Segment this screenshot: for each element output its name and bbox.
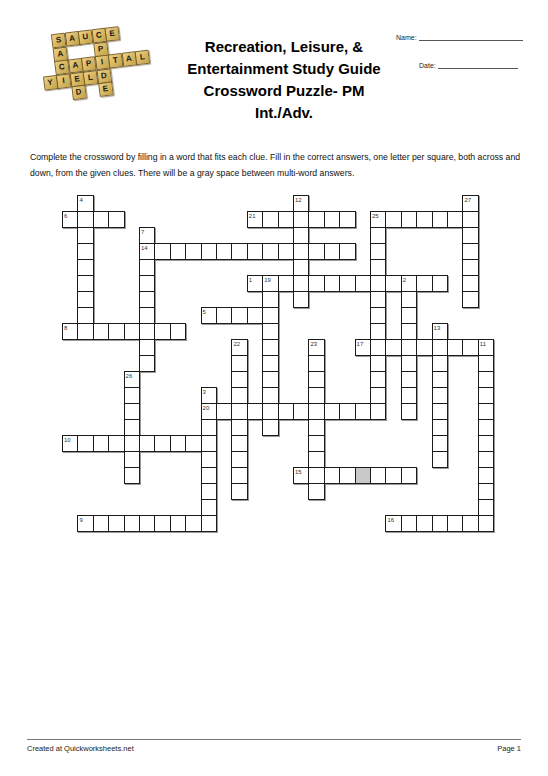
crossword-cell-r1c2[interactable]: 4 (77, 195, 93, 212)
clue-number-17: 17 (357, 341, 364, 347)
crossword-cell-r9c1[interactable]: 8 (62, 323, 78, 340)
crossword-cell-r12c21[interactable] (370, 371, 386, 388)
crossword-cell-r7c2[interactable] (77, 291, 93, 308)
crossword-cell-r16c3[interactable] (93, 435, 109, 452)
crossword-cell-r14c21[interactable] (370, 403, 386, 420)
crossword-cell-r9c25[interactable]: 13 (432, 323, 448, 340)
crossword-cell-r21c24[interactable] (416, 515, 432, 532)
crossword-cell-r3c21[interactable] (370, 227, 386, 244)
crossword-cell-r9c5[interactable] (124, 323, 140, 340)
footer-divider (27, 739, 521, 740)
gray-space-cell (355, 467, 371, 484)
crossword-cell-r4c11[interactable] (216, 243, 232, 260)
crossword-cell-r4c14[interactable] (262, 243, 278, 260)
crossword-cell-r6c16[interactable] (293, 275, 309, 292)
crossword-cell-r11c6[interactable] (139, 355, 155, 372)
crossword-cell-r8c6[interactable] (139, 307, 155, 324)
crossword-cell-r10c6[interactable] (139, 339, 155, 356)
crossword-cell-r10c14[interactable] (262, 339, 278, 356)
crossword-cell-r14c28[interactable] (478, 403, 494, 420)
crossword-cell-r14c16[interactable] (293, 403, 309, 420)
crossword-cell-r16c25[interactable] (432, 435, 448, 452)
crossword-cell-r4c19[interactable] (339, 243, 355, 260)
crossword-cell-r14c14[interactable] (262, 403, 278, 420)
crossword-cell-r4c2[interactable] (77, 243, 93, 260)
crossword-cell-r14c23[interactable] (401, 403, 417, 420)
crossword-cell-r8c23[interactable] (401, 307, 417, 324)
crossword-cell-r21c7[interactable] (154, 515, 170, 532)
crossword-cell-r11c14[interactable] (262, 355, 278, 372)
crossword-cell-r17c12[interactable] (231, 451, 247, 468)
crossword-cell-r8c13[interactable] (247, 307, 263, 324)
crossword-cell-r14c19[interactable] (339, 403, 355, 420)
crossword-cell-r4c6[interactable]: 14 (139, 243, 155, 260)
clue-number-21: 21 (249, 213, 256, 219)
crossword-cell-r10c20[interactable]: 17 (355, 339, 371, 356)
crossword-cell-r18c18[interactable] (324, 467, 340, 484)
clue-number-23: 23 (310, 341, 317, 347)
crossword-cell-r17c5[interactable] (124, 451, 140, 468)
crossword-cell-r13c12[interactable] (231, 387, 247, 404)
crossword-cell-r3c16[interactable] (293, 227, 309, 244)
clue-number-13: 13 (434, 325, 441, 331)
crossword-cell-r2c2[interactable] (77, 211, 93, 228)
crossword-cell-r8c14[interactable] (262, 307, 278, 324)
crossword-cell-r21c5[interactable] (124, 515, 140, 532)
crossword-cell-r18c19[interactable] (339, 467, 355, 484)
crossword-cell-r6c25[interactable] (432, 275, 448, 292)
crossword-cell-r2c17[interactable] (308, 211, 324, 228)
crossword-cell-r13c17[interactable] (308, 387, 324, 404)
crossword-cell-r9c6[interactable] (139, 323, 155, 340)
clue-number-9: 9 (79, 517, 82, 523)
clue-number-2: 2 (403, 277, 406, 283)
crossword-cell-r21c25[interactable] (432, 515, 448, 532)
crossword-cell-r2c26[interactable] (447, 211, 463, 228)
crossword-cell-r1c27[interactable]: 27 (462, 195, 478, 212)
crossword-cell-r10c21[interactable] (370, 339, 386, 356)
crossword-cell-r18c22[interactable] (385, 467, 401, 484)
crossword-cell-r20c10[interactable] (201, 499, 217, 516)
crossword-cell-r5c6[interactable] (139, 259, 155, 276)
crossword-cell-r4c18[interactable] (324, 243, 340, 260)
crossword-cell-r14c20[interactable] (355, 403, 371, 420)
crossword-cell-r16c12[interactable] (231, 435, 247, 452)
crossword-cell-r21c9[interactable] (185, 515, 201, 532)
crossword-cell-r16c10[interactable] (201, 435, 217, 452)
crossword-cell-r16c7[interactable] (154, 435, 170, 452)
clue-number-8: 8 (64, 325, 67, 331)
crossword-cell-r18c5[interactable] (124, 467, 140, 484)
crossword-cell-r18c10[interactable] (201, 467, 217, 484)
crossword-cell-r18c21[interactable] (370, 467, 386, 484)
crossword-cell-r10c12[interactable]: 22 (231, 339, 247, 356)
crossword-cell-r9c23[interactable] (401, 323, 417, 340)
crossword-cell-r21c27[interactable] (462, 515, 478, 532)
crossword-cell-r5c2[interactable] (77, 259, 93, 276)
crossword-cell-r8c2[interactable] (77, 307, 93, 324)
crossword-cell-r2c24[interactable] (416, 211, 432, 228)
crossword-cell-r17c17[interactable] (308, 451, 324, 468)
crossword-cell-r15c25[interactable] (432, 419, 448, 436)
crossword-cell-r14c17[interactable] (308, 403, 324, 420)
crossword-cell-r18c17[interactable] (308, 467, 324, 484)
crossword-cell-r9c2[interactable] (77, 323, 93, 340)
clue-number-26: 26 (126, 373, 133, 379)
crossword-cell-r12c5[interactable]: 26 (124, 371, 140, 388)
crossword-cell-r21c8[interactable] (170, 515, 186, 532)
crossword-cell-r6c27[interactable] (462, 275, 478, 292)
crossword-cell-r10c26[interactable] (447, 339, 463, 356)
crossword-cell-r19c12[interactable] (231, 483, 247, 500)
crossword-cell-r11c28[interactable] (478, 355, 494, 372)
crossword-cell-r4c27[interactable] (462, 243, 478, 260)
crossword-cell-r3c6[interactable]: 7 (139, 227, 155, 244)
crossword-cell-r6c15[interactable] (278, 275, 294, 292)
clue-number-12: 12 (295, 197, 302, 203)
crossword-cell-r9c14[interactable] (262, 323, 278, 340)
crossword-cell-r5c21[interactable] (370, 259, 386, 276)
crossword-cell-r7c23[interactable] (401, 291, 417, 308)
crossword-cell-r11c21[interactable] (370, 355, 386, 372)
crossword-cell-r13c21[interactable] (370, 387, 386, 404)
crossword-cell-r11c12[interactable] (231, 355, 247, 372)
crossword-cell-r15c17[interactable] (308, 419, 324, 436)
crossword-cell-r13c14[interactable] (262, 387, 278, 404)
crossword-cell-r12c28[interactable] (478, 371, 494, 388)
crossword-cell-r3c27[interactable] (462, 227, 478, 244)
crossword-cell-r6c21[interactable] (370, 275, 386, 292)
crossword-cell-r14c12[interactable] (231, 403, 247, 420)
crossword-cell-r2c1[interactable]: 6 (62, 211, 78, 228)
crossword-cell-r16c8[interactable] (170, 435, 186, 452)
crossword-cell-r17c25[interactable] (432, 451, 448, 468)
clue-number-14: 14 (141, 245, 148, 251)
crossword-cell-r9c7[interactable] (154, 323, 170, 340)
crossword-cell-r14c25[interactable] (432, 403, 448, 420)
clue-number-3: 3 (203, 389, 206, 395)
crossword-cell-r16c5[interactable] (124, 435, 140, 452)
crossword-cell-r21c2[interactable]: 9 (77, 515, 93, 532)
crossword-cell-r12c17[interactable] (308, 371, 324, 388)
crossword-cell-r14c10[interactable]: 20 (201, 403, 217, 420)
crossword-cell-r13c10[interactable]: 3 (201, 387, 217, 404)
crossword-cell-r15c14[interactable] (262, 419, 278, 436)
crossword-cell-r6c22[interactable] (385, 275, 401, 292)
crossword-cell-r4c12[interactable] (231, 243, 247, 260)
crossword-cell-r11c25[interactable] (432, 355, 448, 372)
clue-number-16: 16 (387, 517, 394, 523)
crossword-cell-r6c18[interactable] (324, 275, 340, 292)
crossword-cell-r12c23[interactable] (401, 371, 417, 388)
crossword-cell-r1c16[interactable]: 12 (293, 195, 309, 212)
clue-number-7: 7 (141, 229, 144, 235)
clue-number-4: 4 (79, 197, 82, 203)
crossword-cell-r10c24[interactable] (416, 339, 432, 356)
crossword-cell-r2c25[interactable] (432, 211, 448, 228)
crossword-cell-r10c17[interactable]: 23 (308, 339, 324, 356)
crossword-cell-r17c28[interactable] (478, 451, 494, 468)
crossword-cell-r2c3[interactable] (93, 211, 109, 228)
crossword-cell-r15c10[interactable] (201, 419, 217, 436)
crossword-cell-r10c23[interactable] (401, 339, 417, 356)
crossword-cell-r13c23[interactable] (401, 387, 417, 404)
crossword-cell-r3c2[interactable] (77, 227, 93, 244)
crossword-cell-r6c24[interactable] (416, 275, 432, 292)
crossword-cell-r4c13[interactable] (247, 243, 263, 260)
crossword-cell-r10c25[interactable] (432, 339, 448, 356)
crossword-cell-r2c21[interactable]: 25 (370, 211, 386, 228)
footer-credit: Created at Quickworksheets.net (27, 744, 134, 753)
crossword-cell-r21c6[interactable] (139, 515, 155, 532)
clue-number-5: 5 (203, 309, 206, 315)
crossword-cell-r5c27[interactable] (462, 259, 478, 276)
crossword-cell-r7c16[interactable] (293, 291, 309, 308)
crossword-cell-r21c4[interactable] (108, 515, 124, 532)
crossword-cell-r13c28[interactable] (478, 387, 494, 404)
crossword-cell-r16c6[interactable] (139, 435, 155, 452)
crossword-cell-r2c27[interactable] (462, 211, 478, 228)
crossword-cell-r15c28[interactable] (478, 419, 494, 436)
crossword-cell-r15c12[interactable] (231, 419, 247, 436)
crossword-cell-r6c13[interactable]: 1 (247, 275, 263, 292)
crossword-cell-r20c28[interactable] (478, 499, 494, 516)
crossword-cell-r10c28[interactable]: 11 (478, 339, 494, 356)
crossword-cell-r9c3[interactable] (93, 323, 109, 340)
crossword-cell-r21c23[interactable] (401, 515, 417, 532)
crossword-cell-r4c17[interactable] (308, 243, 324, 260)
crossword-cell-r19c10[interactable] (201, 483, 217, 500)
crossword-cell-r11c17[interactable] (308, 355, 324, 372)
crossword-cell-r9c4[interactable] (108, 323, 124, 340)
crossword-cell-r15c5[interactable] (124, 419, 140, 436)
crossword-cell-r9c21[interactable] (370, 323, 386, 340)
clue-number-20: 20 (203, 405, 210, 411)
crossword-cell-r2c4[interactable] (108, 211, 124, 228)
worksheet-page: SAUCEAPCAPITALYIELDDE Recreation, Leisur… (0, 0, 548, 776)
crossword-cell-r21c3[interactable] (93, 515, 109, 532)
crossword-cell-r19c28[interactable] (478, 483, 494, 500)
crossword-cell-r4c8[interactable] (170, 243, 186, 260)
clue-number-6: 6 (64, 213, 67, 219)
crossword-cell-r21c26[interactable] (447, 515, 463, 532)
crossword-cell-r5c16[interactable] (293, 259, 309, 276)
crossword-cell-r13c25[interactable] (432, 387, 448, 404)
crossword-cell-r17c10[interactable] (201, 451, 217, 468)
crossword-cell-r12c14[interactable] (262, 371, 278, 388)
crossword-cell-r18c16[interactable]: 15 (293, 467, 309, 484)
crossword-cell-r8c10[interactable]: 5 (201, 307, 217, 324)
crossword-cell-r19c17[interactable] (308, 483, 324, 500)
crossword-cell-r6c23[interactable]: 2 (401, 275, 417, 292)
clue-number-1: 1 (249, 277, 252, 283)
crossword-cell-r6c2[interactable] (77, 275, 93, 292)
crossword-grid: 4122762125714119258132223171126320101591… (0, 0, 548, 600)
crossword-cell-r2c23[interactable] (401, 211, 417, 228)
clue-number-11: 11 (480, 341, 486, 347)
crossword-cell-r16c1[interactable]: 10 (62, 435, 78, 452)
crossword-cell-r16c2[interactable] (77, 435, 93, 452)
clue-number-10: 10 (64, 437, 71, 443)
crossword-cell-r2c19[interactable] (339, 211, 355, 228)
crossword-cell-r14c15[interactable] (278, 403, 294, 420)
crossword-cell-r7c14[interactable] (262, 291, 278, 308)
crossword-cell-r16c17[interactable] (308, 435, 324, 452)
crossword-cell-r2c18[interactable] (324, 211, 340, 228)
crossword-cell-r6c14[interactable]: 19 (262, 275, 278, 292)
crossword-cell-r7c21[interactable] (370, 291, 386, 308)
crossword-cell-r14c5[interactable] (124, 403, 140, 420)
crossword-cell-r13c5[interactable] (124, 387, 140, 404)
crossword-cell-r4c15[interactable] (278, 243, 294, 260)
footer-page-number: Page 1 (497, 744, 521, 753)
crossword-cell-r21c22[interactable]: 16 (385, 515, 401, 532)
crossword-cell-r11c23[interactable] (401, 355, 417, 372)
crossword-cell-r12c25[interactable] (432, 371, 448, 388)
crossword-cell-r6c19[interactable] (339, 275, 355, 292)
crossword-cell-r16c4[interactable] (108, 435, 124, 452)
crossword-cell-r21c28[interactable] (478, 515, 494, 532)
crossword-cell-r4c21[interactable] (370, 243, 386, 260)
crossword-cell-r6c6[interactable] (139, 275, 155, 292)
clue-number-25: 25 (372, 213, 379, 219)
crossword-cell-r4c9[interactable] (185, 243, 201, 260)
crossword-cell-r4c7[interactable] (154, 243, 170, 260)
crossword-cell-r14c13[interactable] (247, 403, 263, 420)
crossword-cell-r10c27[interactable] (462, 339, 478, 356)
crossword-cell-r2c15[interactable] (278, 211, 294, 228)
crossword-cell-r6c20[interactable] (355, 275, 371, 292)
clue-number-19: 19 (264, 277, 271, 283)
crossword-cell-r2c14[interactable] (262, 211, 278, 228)
crossword-cell-r21c10[interactable] (201, 515, 217, 532)
crossword-cell-r2c16[interactable] (293, 211, 309, 228)
crossword-cell-r2c13[interactable]: 21 (247, 211, 263, 228)
crossword-cell-r4c10[interactable] (201, 243, 217, 260)
crossword-cell-r12c12[interactable] (231, 371, 247, 388)
crossword-cell-r8c12[interactable] (231, 307, 247, 324)
crossword-cell-r8c11[interactable] (216, 307, 232, 324)
crossword-cell-r16c28[interactable] (478, 435, 494, 452)
crossword-cell-r18c28[interactable] (478, 467, 494, 484)
clue-number-22: 22 (233, 341, 240, 347)
crossword-cell-r4c16[interactable] (293, 243, 309, 260)
clue-number-15: 15 (295, 469, 302, 475)
crossword-cell-r8c21[interactable] (370, 307, 386, 324)
crossword-cell-r7c6[interactable] (139, 291, 155, 308)
crossword-cell-r14c18[interactable] (324, 403, 340, 420)
crossword-cell-r18c23[interactable] (401, 467, 417, 484)
crossword-cell-r16c9[interactable] (185, 435, 201, 452)
crossword-cell-r18c12[interactable] (231, 467, 247, 484)
crossword-cell-r10c22[interactable] (385, 339, 401, 356)
crossword-cell-r7c27[interactable] (462, 291, 478, 308)
crossword-cell-r6c17[interactable] (308, 275, 324, 292)
crossword-cell-r14c11[interactable] (216, 403, 232, 420)
crossword-cell-r2c22[interactable] (385, 211, 401, 228)
crossword-cell-r9c8[interactable] (170, 323, 186, 340)
clue-number-27: 27 (464, 197, 471, 203)
